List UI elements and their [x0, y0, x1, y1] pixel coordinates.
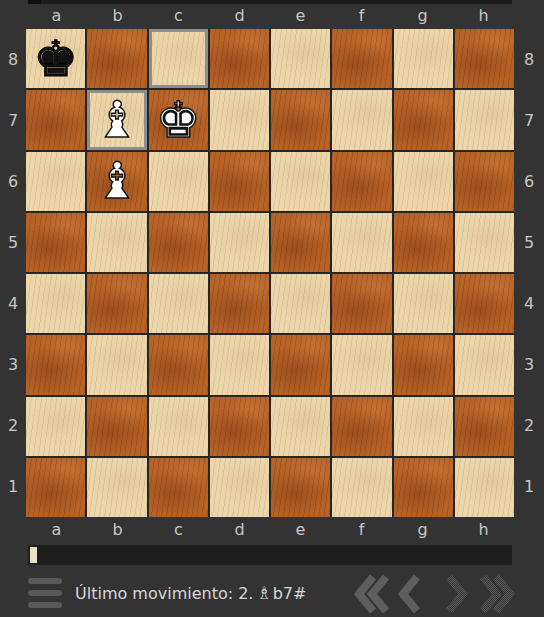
square-e7[interactable]: [271, 90, 330, 149]
square-b8[interactable]: [87, 29, 146, 88]
square-b7[interactable]: ♝: [87, 90, 146, 149]
file-label-g: g: [392, 517, 453, 541]
square-e1[interactable]: [271, 458, 330, 517]
square-b4[interactable]: [87, 274, 146, 333]
square-d2[interactable]: [210, 397, 269, 456]
rank-label-5: 5: [514, 212, 544, 273]
file-label-a: a: [26, 3, 87, 27]
square-h6[interactable]: [455, 152, 514, 211]
square-e5[interactable]: [271, 213, 330, 272]
square-d4[interactable]: [210, 274, 269, 333]
file-labels-bottom: abcdefgh: [26, 517, 514, 541]
square-a5[interactable]: [26, 213, 85, 272]
last-move-text: b7#: [273, 584, 307, 603]
square-h7[interactable]: [455, 90, 514, 149]
file-label-b: b: [87, 3, 148, 27]
rank-label-6: 6: [0, 151, 26, 212]
nav-first-button[interactable]: [352, 574, 390, 614]
square-e8[interactable]: [271, 29, 330, 88]
square-d3[interactable]: [210, 335, 269, 394]
square-g3[interactable]: [394, 335, 453, 394]
rank-label-2: 2: [0, 395, 26, 456]
square-h4[interactable]: [455, 274, 514, 333]
square-c6[interactable]: [149, 152, 208, 211]
square-g5[interactable]: [394, 213, 453, 272]
file-label-h: h: [453, 517, 514, 541]
file-label-f: f: [331, 517, 392, 541]
nav-previous-button[interactable]: [396, 574, 422, 614]
square-a8[interactable]: ♚: [26, 29, 85, 88]
square-d8[interactable]: [210, 29, 269, 88]
square-d7[interactable]: [210, 90, 269, 149]
nav-next-button[interactable]: [444, 574, 470, 614]
square-f6[interactable]: [332, 152, 391, 211]
square-f5[interactable]: [332, 213, 391, 272]
file-label-e: e: [270, 517, 331, 541]
black-king-piece[interactable]: ♚: [33, 34, 78, 84]
menu-button[interactable]: [28, 578, 62, 608]
white-bishop-piece[interactable]: ♝: [94, 156, 139, 206]
bishop-icon: ♗: [256, 583, 271, 603]
square-e6[interactable]: [271, 152, 330, 211]
square-a1[interactable]: [26, 458, 85, 517]
nav-last-button[interactable]: [479, 574, 517, 614]
rank-label-8: 8: [514, 29, 544, 90]
square-a3[interactable]: [26, 335, 85, 394]
rank-label-7: 7: [514, 90, 544, 151]
move-scrollbar-thumb[interactable]: [30, 547, 37, 563]
square-c8[interactable]: [149, 29, 208, 88]
square-e4[interactable]: [271, 274, 330, 333]
rank-label-4: 4: [0, 273, 26, 334]
white-bishop-piece[interactable]: ♝: [94, 95, 139, 145]
chess-board[interactable]: ♚♝♚♝: [26, 29, 514, 517]
square-g2[interactable]: [394, 397, 453, 456]
square-c1[interactable]: [149, 458, 208, 517]
move-scrollbar[interactable]: [28, 545, 512, 565]
square-f4[interactable]: [332, 274, 391, 333]
white-king-piece[interactable]: ♚: [156, 95, 201, 145]
rank-label-3: 3: [514, 334, 544, 395]
file-label-d: d: [209, 517, 270, 541]
file-label-g: g: [392, 3, 453, 27]
square-c5[interactable]: [149, 213, 208, 272]
square-f3[interactable]: [332, 335, 391, 394]
square-b5[interactable]: [87, 213, 146, 272]
square-f2[interactable]: [332, 397, 391, 456]
square-h5[interactable]: [455, 213, 514, 272]
rank-label-1: 1: [0, 456, 26, 517]
file-label-c: c: [148, 3, 209, 27]
square-b3[interactable]: [87, 335, 146, 394]
square-a6[interactable]: [26, 152, 85, 211]
rank-labels-left: 87654321: [0, 29, 26, 517]
rank-label-5: 5: [0, 212, 26, 273]
rank-label-2: 2: [514, 395, 544, 456]
last-move-status: Último movimiento: 2.♗b7#: [75, 576, 306, 610]
square-a4[interactable]: [26, 274, 85, 333]
square-g7[interactable]: [394, 90, 453, 149]
square-e3[interactable]: [271, 335, 330, 394]
square-g4[interactable]: [394, 274, 453, 333]
square-b6[interactable]: ♝: [87, 152, 146, 211]
square-g8[interactable]: [394, 29, 453, 88]
file-label-h: h: [453, 3, 514, 27]
file-label-f: f: [331, 3, 392, 27]
file-label-a: a: [26, 517, 87, 541]
square-f7[interactable]: [332, 90, 391, 149]
file-labels-top: abcdefgh: [26, 3, 514, 27]
square-c2[interactable]: [149, 397, 208, 456]
hamburger-icon: [28, 578, 62, 584]
last-move-label: Último movimiento: 2.: [75, 584, 253, 603]
square-h8[interactable]: [455, 29, 514, 88]
square-d1[interactable]: [210, 458, 269, 517]
square-a7[interactable]: [26, 90, 85, 149]
rank-label-4: 4: [514, 273, 544, 334]
rank-label-1: 1: [514, 456, 544, 517]
rank-labels-right: 87654321: [514, 29, 544, 517]
square-h1[interactable]: [455, 458, 514, 517]
rank-label-8: 8: [0, 29, 26, 90]
file-label-c: c: [148, 517, 209, 541]
rank-label-6: 6: [514, 151, 544, 212]
square-c3[interactable]: [149, 335, 208, 394]
square-f8[interactable]: [332, 29, 391, 88]
rank-label-3: 3: [0, 334, 26, 395]
square-b2[interactable]: [87, 397, 146, 456]
square-c7[interactable]: ♚: [149, 90, 208, 149]
hamburger-icon: [28, 602, 62, 608]
square-a2[interactable]: [26, 397, 85, 456]
file-label-d: d: [209, 3, 270, 27]
square-d5[interactable]: [210, 213, 269, 272]
file-label-b: b: [87, 517, 148, 541]
square-d6[interactable]: [210, 152, 269, 211]
square-g1[interactable]: [394, 458, 453, 517]
rank-label-7: 7: [0, 90, 26, 151]
hamburger-icon: [28, 590, 62, 596]
square-g6[interactable]: [394, 152, 453, 211]
square-e2[interactable]: [271, 397, 330, 456]
square-f1[interactable]: [332, 458, 391, 517]
square-h2[interactable]: [455, 397, 514, 456]
square-c4[interactable]: [149, 274, 208, 333]
file-label-e: e: [270, 3, 331, 27]
square-b1[interactable]: [87, 458, 146, 517]
square-h3[interactable]: [455, 335, 514, 394]
